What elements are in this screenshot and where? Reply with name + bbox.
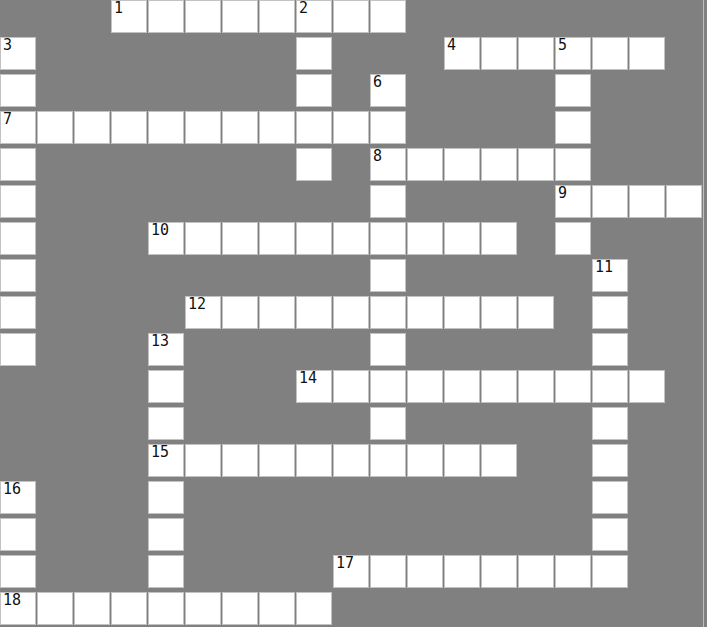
block-r4c7 [259,148,296,185]
cell-r15c9[interactable]: 17 [333,555,370,592]
block-r2c13 [481,74,518,111]
cell-r8c5[interactable]: 12 [185,296,222,333]
block-r12c15 [555,444,592,481]
cell-r8c10[interactable] [370,296,407,333]
cell-box [407,296,443,329]
cell-box [222,222,258,255]
cell-r15c10[interactable] [370,555,407,592]
block-r4c6 [222,148,259,185]
cell-r14c4[interactable] [148,518,185,555]
clue-number-15: 15 [151,445,169,460]
block-r13c2 [74,481,111,518]
cell-r2c15[interactable] [555,74,592,111]
cell-box [296,37,332,70]
block-r0c15 [555,0,592,37]
block-r5c7 [259,185,296,222]
cell-r1c13[interactable] [481,37,518,74]
cell-r3c10[interactable] [370,111,407,148]
cell-r3c4[interactable] [148,111,185,148]
block-r11c5 [185,407,222,444]
block-r5c14 [518,185,555,222]
block-r7c5 [185,259,222,296]
cell-r14c16[interactable] [592,518,629,555]
block-r9c9 [333,333,370,370]
block-r1c11 [407,37,444,74]
cell-box [592,555,628,588]
cell-box [148,481,184,514]
cell-r10c8[interactable]: 14 [296,370,333,407]
cell-r0c3[interactable]: 1 [111,0,148,37]
cell-box [74,111,110,144]
block-r7c12 [444,259,481,296]
cell-r2c10[interactable]: 6 [370,74,407,111]
cell-r10c12[interactable] [444,370,481,407]
cell-box [629,370,665,403]
cell-box [185,111,221,144]
block-r13c13 [481,481,518,518]
block-r4c2 [74,148,111,185]
block-r14c2 [74,518,111,555]
cell-box [592,518,628,551]
cell-box [222,0,258,33]
clue-number-4: 4 [447,38,456,53]
cell-r7c16[interactable]: 11 [592,259,629,296]
block-r16c14 [518,592,555,627]
block-r5c8 [296,185,333,222]
clue-number-14: 14 [299,371,317,386]
block-r7c15 [555,259,592,296]
cell-r15c0[interactable] [0,555,37,592]
block-r7c17 [629,259,666,296]
block-r15c8 [296,555,333,592]
cell-r6c12[interactable] [444,222,481,259]
cell-box [74,592,110,625]
block-r3c12 [444,111,481,148]
block-r4c1 [37,148,74,185]
cell-r12c9[interactable] [333,444,370,481]
cell-r11c16[interactable] [592,407,629,444]
cell-box: 11 [592,259,628,292]
cell-r16c5[interactable] [185,592,222,627]
cell-box [148,370,184,403]
cell-r13c0[interactable]: 16 [0,481,37,518]
cell-box [259,592,295,625]
block-r14c5 [185,518,222,555]
block-r10c1 [37,370,74,407]
clue-number-17: 17 [336,556,354,571]
block-r13c3 [111,481,148,518]
clue-number-1: 1 [114,1,123,16]
block-r14c11 [407,518,444,555]
cell-box [407,148,443,181]
block-r11c13 [481,407,518,444]
cell-r1c14[interactable] [518,37,555,74]
block-r3c18 [666,111,703,148]
cell-r3c6[interactable] [222,111,259,148]
cell-r6c6[interactable] [222,222,259,259]
block-r9c13 [481,333,518,370]
cell-box [370,222,406,255]
block-r13c9 [333,481,370,518]
cell-box [148,407,184,440]
block-r14c18 [666,518,703,555]
block-r6c18 [666,222,703,259]
cell-box [481,555,517,588]
block-r7c13 [481,259,518,296]
cell-box [0,222,36,255]
cell-box [407,222,443,255]
block-r15c6 [222,555,259,592]
cell-r0c5[interactable] [185,0,222,37]
block-r11c17 [629,407,666,444]
cell-r3c7[interactable] [259,111,296,148]
block-r15c1 [37,555,74,592]
block-r3c14 [518,111,555,148]
block-r9c3 [111,333,148,370]
cell-box [407,555,443,588]
cell-r11c4[interactable] [148,407,185,444]
cell-box [592,370,628,403]
cell-r2c8[interactable] [296,74,333,111]
cell-r10c14[interactable] [518,370,555,407]
cell-box [555,148,591,181]
block-r6c3 [111,222,148,259]
cell-r5c17[interactable] [629,185,666,222]
block-r14c14 [518,518,555,555]
cell-r15c4[interactable] [148,555,185,592]
cell-r6c9[interactable] [333,222,370,259]
clue-number-10: 10 [151,223,169,238]
block-r10c18 [666,370,703,407]
crossword-grid: 123456789101112131415161718 [0,0,703,627]
cell-r9c4[interactable]: 13 [148,333,185,370]
clue-number-6: 6 [373,75,382,90]
cell-r8c6[interactable] [222,296,259,333]
cell-r16c3[interactable] [111,592,148,627]
cell-box: 9 [555,185,591,218]
cell-r8c14[interactable] [518,296,555,333]
clue-number-9: 9 [558,186,567,201]
cell-r0c7[interactable] [259,0,296,37]
cell-box [148,592,184,625]
cell-r12c7[interactable] [259,444,296,481]
block-r0c0 [0,0,37,37]
block-r10c7 [259,370,296,407]
cell-r15c12[interactable] [444,555,481,592]
cell-r6c13[interactable] [481,222,518,259]
block-r16c15 [555,592,592,627]
cell-r3c9[interactable] [333,111,370,148]
block-r2c7 [259,74,296,111]
cell-r12c11[interactable] [407,444,444,481]
cell-r12c10[interactable] [370,444,407,481]
cell-box [555,555,591,588]
cell-r4c12[interactable] [444,148,481,185]
cell-box [0,518,36,551]
block-r13c11 [407,481,444,518]
cell-r3c1[interactable] [37,111,74,148]
block-r7c11 [407,259,444,296]
cell-box [481,148,517,181]
cell-box [592,407,628,440]
cell-r3c0[interactable]: 7 [0,111,37,148]
cell-r1c17[interactable] [629,37,666,74]
block-r14c10 [370,518,407,555]
block-r5c4 [148,185,185,222]
block-r15c18 [666,555,703,592]
cell-r13c4[interactable] [148,481,185,518]
cell-r10c11[interactable] [407,370,444,407]
cell-r8c8[interactable] [296,296,333,333]
cell-r3c5[interactable] [185,111,222,148]
cell-r3c3[interactable] [111,111,148,148]
block-r11c12 [444,407,481,444]
cell-box: 13 [148,333,184,366]
block-r7c7 [259,259,296,296]
cell-r10c17[interactable] [629,370,666,407]
block-r4c17 [629,148,666,185]
cell-r3c15[interactable] [555,111,592,148]
cell-r1c8[interactable] [296,37,333,74]
block-r5c1 [37,185,74,222]
cell-r12c5[interactable] [185,444,222,481]
block-r15c3 [111,555,148,592]
cell-r6c4[interactable]: 10 [148,222,185,259]
block-r5c12 [444,185,481,222]
cell-box: 17 [333,555,369,588]
cell-r8c13[interactable] [481,296,518,333]
cell-r3c8[interactable] [296,111,333,148]
cell-r10c9[interactable] [333,370,370,407]
cell-box [0,296,36,329]
cell-box [444,370,480,403]
cell-r0c9[interactable] [333,0,370,37]
cell-box [148,0,184,33]
cell-box [518,555,554,588]
block-r5c9 [333,185,370,222]
block-r5c3 [111,185,148,222]
block-r13c15 [555,481,592,518]
cell-box: 16 [0,481,36,514]
cell-box [111,592,147,625]
cell-r15c13[interactable] [481,555,518,592]
cell-r16c7[interactable] [259,592,296,627]
cell-r4c0[interactable] [0,148,37,185]
cell-r15c11[interactable] [407,555,444,592]
cell-box: 15 [148,444,184,477]
cell-r10c13[interactable] [481,370,518,407]
cell-r15c16[interactable] [592,555,629,592]
cell-r10c15[interactable] [555,370,592,407]
cell-r16c2[interactable] [74,592,111,627]
cell-r0c4[interactable] [148,0,185,37]
block-r8c17 [629,296,666,333]
block-r15c5 [185,555,222,592]
grid-right-edge-line [703,0,704,627]
cell-r4c11[interactable] [407,148,444,185]
block-r11c3 [111,407,148,444]
cell-r13c16[interactable] [592,481,629,518]
cell-box [370,444,406,477]
block-r1c3 [111,37,148,74]
cell-r14c0[interactable] [0,518,37,555]
cell-box [185,444,221,477]
cell-r4c10[interactable]: 8 [370,148,407,185]
cell-r16c0[interactable]: 18 [0,592,37,627]
block-r14c15 [555,518,592,555]
block-r2c2 [74,74,111,111]
cell-r9c0[interactable] [0,333,37,370]
block-r8c2 [74,296,111,333]
block-r15c17 [629,555,666,592]
block-r2c18 [666,74,703,111]
cell-box [444,296,480,329]
block-r10c2 [74,370,111,407]
cell-box: 4 [444,37,480,70]
cell-box [481,444,517,477]
cell-r8c7[interactable] [259,296,296,333]
cell-box [185,222,221,255]
block-r12c14 [518,444,555,481]
cell-r8c12[interactable] [444,296,481,333]
cell-r12c13[interactable] [481,444,518,481]
cell-r2c0[interactable] [0,74,37,111]
block-r0c12 [444,0,481,37]
cell-r5c16[interactable] [592,185,629,222]
block-r13c5 [185,481,222,518]
cell-box [296,111,332,144]
cell-r3c2[interactable] [74,111,111,148]
block-r5c2 [74,185,111,222]
block-r7c2 [74,259,111,296]
block-r12c1 [37,444,74,481]
block-r13c7 [259,481,296,518]
cell-r0c8[interactable]: 2 [296,0,333,37]
cell-r5c0[interactable] [0,185,37,222]
cell-box [481,370,517,403]
cell-r4c14[interactable] [518,148,555,185]
cell-r9c16[interactable] [592,333,629,370]
cell-r4c13[interactable] [481,148,518,185]
cell-r16c4[interactable] [148,592,185,627]
cell-r12c4[interactable]: 15 [148,444,185,481]
cell-r6c5[interactable] [185,222,222,259]
cell-box [370,370,406,403]
block-r7c9 [333,259,370,296]
cell-r12c6[interactable] [222,444,259,481]
block-r13c8 [296,481,333,518]
cell-box [333,296,369,329]
cell-r0c10[interactable] [370,0,407,37]
cell-box [333,0,369,33]
block-r1c6 [222,37,259,74]
block-r9c6 [222,333,259,370]
cell-r6c0[interactable] [0,222,37,259]
cell-box [222,444,258,477]
cell-r5c10[interactable] [370,185,407,222]
cell-box: 6 [370,74,406,107]
block-r13c12 [444,481,481,518]
block-r4c16 [592,148,629,185]
cell-r4c8[interactable] [296,148,333,185]
cell-box [259,444,295,477]
cell-r8c0[interactable] [0,296,37,333]
cell-r16c1[interactable] [37,592,74,627]
cell-r5c18[interactable] [666,185,703,222]
cell-box: 12 [185,296,221,329]
cell-r12c12[interactable] [444,444,481,481]
cell-r7c0[interactable] [0,259,37,296]
cell-r6c8[interactable] [296,222,333,259]
cell-r9c10[interactable] [370,333,407,370]
cell-box [370,407,406,440]
block-r11c15 [555,407,592,444]
block-r2c1 [37,74,74,111]
cell-r1c16[interactable] [592,37,629,74]
block-r12c2 [74,444,111,481]
block-r0c14 [518,0,555,37]
cell-r10c4[interactable] [148,370,185,407]
block-r0c13 [481,0,518,37]
block-r6c16 [592,222,629,259]
cell-box [555,111,591,144]
cell-r1c15[interactable]: 5 [555,37,592,74]
cell-box [0,555,36,588]
block-r2c16 [592,74,629,111]
block-r8c4 [148,296,185,333]
cell-box [592,185,628,218]
block-r3c17 [629,111,666,148]
cell-r1c0[interactable]: 3 [0,37,37,74]
cell-r12c8[interactable] [296,444,333,481]
block-r9c14 [518,333,555,370]
cell-r6c7[interactable] [259,222,296,259]
cell-r7c10[interactable] [370,259,407,296]
cell-r6c15[interactable] [555,222,592,259]
cell-box [333,111,369,144]
cell-r15c14[interactable] [518,555,555,592]
cell-r6c11[interactable] [407,222,444,259]
cell-box [444,444,480,477]
cell-r6c10[interactable] [370,222,407,259]
cell-r16c8[interactable] [296,592,333,627]
cell-r16c6[interactable] [222,592,259,627]
block-r2c9 [333,74,370,111]
cell-r11c10[interactable] [370,407,407,444]
cell-r0c6[interactable] [222,0,259,37]
block-r9c17 [629,333,666,370]
cell-r15c15[interactable] [555,555,592,592]
block-r0c17 [629,0,666,37]
block-r1c9 [333,37,370,74]
cell-r5c15[interactable]: 9 [555,185,592,222]
cell-r8c11[interactable] [407,296,444,333]
cell-r8c9[interactable] [333,296,370,333]
clue-number-18: 18 [3,593,21,608]
cell-r10c10[interactable] [370,370,407,407]
cell-r10c16[interactable] [592,370,629,407]
block-r14c3 [111,518,148,555]
block-r4c18 [666,148,703,185]
block-r2c12 [444,74,481,111]
cell-r1c12[interactable]: 4 [444,37,481,74]
cell-box [444,148,480,181]
cell-r4c15[interactable] [555,148,592,185]
cell-r12c16[interactable] [592,444,629,481]
block-r7c6 [222,259,259,296]
cell-r8c16[interactable] [592,296,629,333]
cell-box [592,333,628,366]
